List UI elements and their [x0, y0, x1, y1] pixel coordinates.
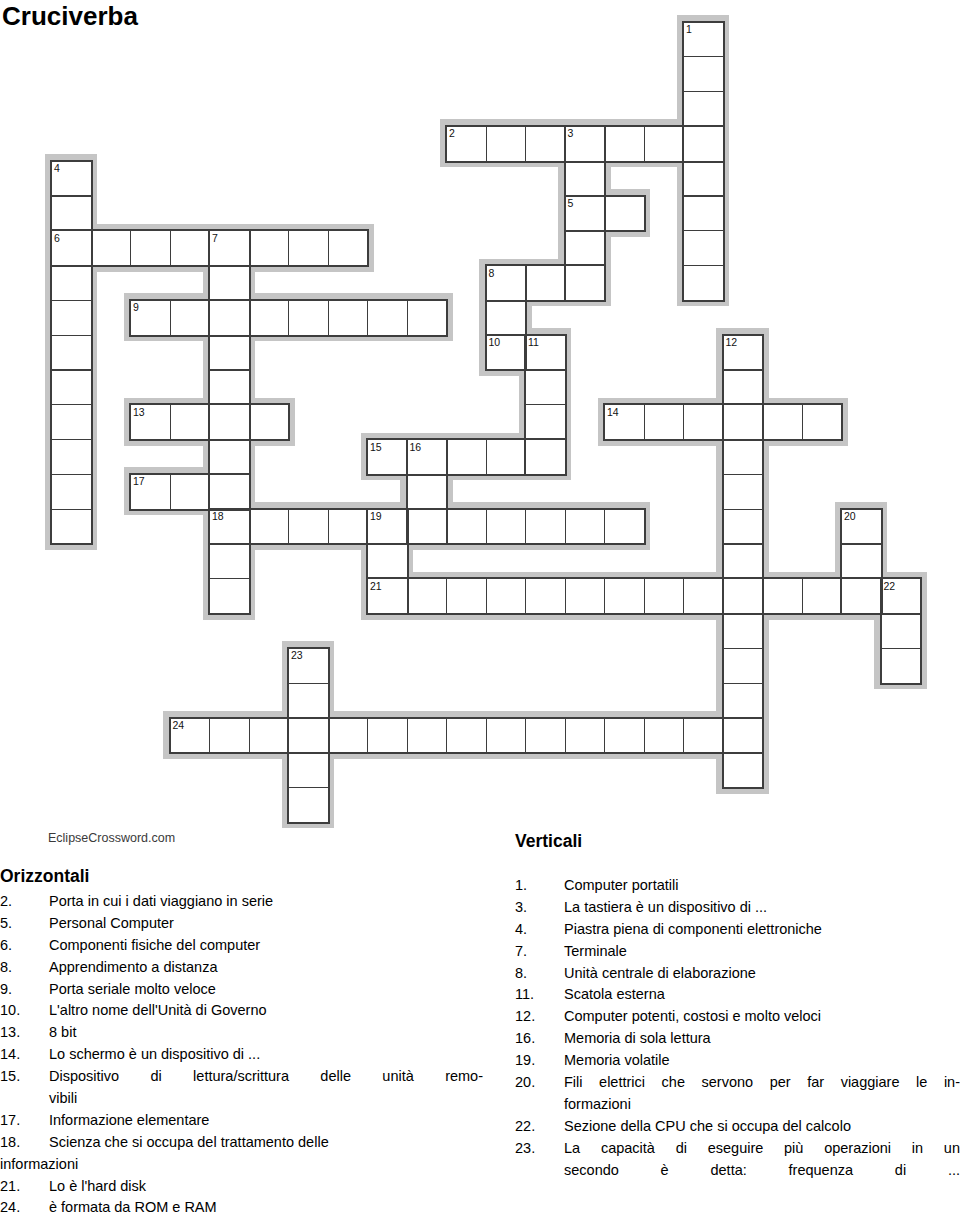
- clue-number: 16: [410, 442, 422, 453]
- clue-number-label: 1.: [515, 875, 564, 897]
- clue-text-line: Scatola esterna: [564, 984, 960, 1006]
- word-outline: [169, 717, 765, 755]
- clue-text-line: Sezione della CPU che si occupa del calc…: [564, 1116, 960, 1138]
- across-clue-17: 17.Informazione elementare: [0, 1110, 483, 1132]
- clue-text-line: Lo è l'hard disk: [49, 1176, 483, 1198]
- across-clue-2: 2.Porta in cui i dati viaggiano in serie: [0, 891, 483, 913]
- clue-text-line: formazioni: [564, 1094, 960, 1116]
- word-outline: [129, 299, 448, 337]
- clue-text-line: Computer potenti, costosi e molto veloci: [564, 1006, 960, 1028]
- clue-number-label: 9.: [0, 979, 49, 1001]
- clue-number: 21: [370, 581, 382, 592]
- clue-number-label: 3.: [515, 897, 564, 919]
- down-clue-16: 16.Memoria di sola lettura: [515, 1028, 960, 1050]
- clue-number-label: 5.: [0, 913, 49, 935]
- clue-number: 19: [370, 511, 382, 522]
- across-clue-15: 15.Dispositivo di lettura/scrittura dell…: [0, 1066, 483, 1110]
- down-clue-20: 20.Fili elettrici che servono per far vi…: [515, 1072, 960, 1116]
- clue-text-line: 8 bit: [49, 1022, 483, 1044]
- clue-text-line: Personal Computer: [49, 913, 483, 935]
- clue-number: 20: [844, 511, 856, 522]
- clue-number: 22: [884, 581, 896, 592]
- down-clue-7: 7.Terminale: [515, 941, 960, 963]
- clue-number-label: 20.: [515, 1072, 564, 1094]
- across-clue-14: 14.Lo schermo è un dispositivo di ...: [0, 1044, 483, 1066]
- word-outline: [880, 577, 923, 684]
- clue-number-label: 2.: [0, 891, 49, 913]
- clue-number-label: 23.: [515, 1138, 564, 1160]
- clue-number-label: 14.: [0, 1044, 49, 1066]
- word-outline: [722, 334, 765, 789]
- clue-text-line: Memoria di sola lettura: [564, 1028, 960, 1050]
- clue-number-label: 21.: [0, 1176, 49, 1198]
- clue-text-line: Memoria volatile: [564, 1050, 960, 1072]
- down-clue-1: 1.Computer portatili: [515, 875, 960, 897]
- word-outline: [840, 508, 883, 615]
- clue-text-line: secondo è detta: frequenza di ...: [564, 1160, 960, 1182]
- clue-number-label: 12.: [515, 1006, 564, 1028]
- clue-number-label: 24.: [0, 1197, 49, 1217]
- clue-number-label: 17.: [0, 1110, 49, 1132]
- down-clue-3: 3.La tastiera è un dispositivo di ...: [515, 897, 960, 919]
- across-clue-9: 9.Porta seriale molto veloce: [0, 979, 483, 1001]
- clue-text-line: Apprendimento a distanza: [49, 957, 483, 979]
- clue-number-label: 11.: [515, 984, 564, 1006]
- clue-number: 12: [726, 337, 738, 348]
- clue-number-label: 7.: [515, 941, 564, 963]
- across-clue-5: 5.Personal Computer: [0, 913, 483, 935]
- clue-number: 24: [173, 720, 185, 731]
- clue-number-label: 13.: [0, 1022, 49, 1044]
- word-outline: [564, 125, 607, 302]
- down-clue-22: 22.Sezione della CPU che si occupa del c…: [515, 1116, 960, 1138]
- clue-number-label: 19.: [515, 1050, 564, 1072]
- clue-text-line: informazioni: [0, 1154, 483, 1176]
- clue-number: 1: [686, 24, 692, 35]
- clue-number: 17: [133, 476, 145, 487]
- clue-number-label: 8.: [515, 963, 564, 985]
- down-clue-8: 8.Unità centrale di elaborazione: [515, 963, 960, 985]
- clue-number: 15: [370, 442, 382, 453]
- clue-text-line: Piastra piena di componenti elettroniche: [564, 919, 960, 941]
- across-clue-18: 18.Scienza che si occupa del trattamento…: [0, 1132, 483, 1176]
- clue-text-line: Porta seriale molto veloce: [49, 979, 483, 1001]
- clue-number: 10: [489, 337, 501, 348]
- clue-text-line: Componenti fisiche del computer: [49, 935, 483, 957]
- down-clue-12: 12.Computer potenti, costosi e molto vel…: [515, 1006, 960, 1028]
- word-outline: [406, 438, 449, 545]
- clue-number: 18: [212, 511, 224, 522]
- across-heading: Orizzontali: [0, 866, 483, 887]
- down-clue-4: 4.Piastra piena di componenti elettronic…: [515, 919, 960, 941]
- clue-number-label: 22.: [515, 1116, 564, 1138]
- clue-text-line: La tastiera è un dispositivo di ...: [564, 897, 960, 919]
- down-clue-list: 1.Computer portatili3.La tastiera è un d…: [515, 875, 960, 1181]
- clue-text-line: La capacità di eseguire più operazioni i…: [564, 1138, 960, 1160]
- clue-text-line: Lo schermo è un dispositivo di ...: [49, 1044, 483, 1066]
- clue-number: 5: [568, 198, 574, 209]
- clue-number-label: 15.: [0, 1066, 49, 1088]
- down-heading: Verticali: [515, 831, 960, 852]
- clue-text-line: Dispositivo di lettura/scrittura delle u…: [49, 1066, 483, 1088]
- across-clue-10: 10.L'altro nome dell'Unità di Governo: [0, 1000, 483, 1022]
- clue-number: 13: [133, 407, 145, 418]
- clue-number-label: 16.: [515, 1028, 564, 1050]
- down-clues-section: Verticali 1.Computer portatili3.La tasti…: [515, 831, 960, 1181]
- across-clue-6: 6.Componenti fisiche del computer: [0, 935, 483, 957]
- generator-credit: EclipseCrossword.com: [48, 831, 175, 845]
- across-clue-24: 24.è formata da ROM e RAM: [0, 1197, 483, 1217]
- across-clue-8: 8.Apprendimento a distanza: [0, 957, 483, 979]
- clue-number: 3: [568, 128, 574, 139]
- down-clue-23: 23.La capacità di eseguire più operazion…: [515, 1138, 960, 1182]
- word-outline: [50, 160, 93, 546]
- clue-number: 4: [54, 163, 60, 174]
- word-outline: [366, 577, 922, 615]
- down-clue-19: 19.Memoria volatile: [515, 1050, 960, 1072]
- clue-text-line: Unità centrale di elaborazione: [564, 963, 960, 985]
- clue-text-line: L'altro nome dell'Unità di Governo: [49, 1000, 483, 1022]
- clue-text-line: Porta in cui i dati viaggiano in serie: [49, 891, 483, 913]
- word-outline: [682, 21, 725, 302]
- word-outline: [208, 229, 251, 615]
- clue-text-line: vibili: [49, 1088, 483, 1110]
- crossword-grid: 123456789101112131415161718192021222324: [0, 0, 960, 830]
- clue-number: 23: [291, 650, 303, 661]
- clue-text-line: Informazione elementare: [49, 1110, 483, 1132]
- clue-number: 7: [212, 233, 218, 244]
- word-outline: [366, 508, 409, 615]
- clue-text-line: è formata da ROM e RAM: [49, 1197, 483, 1217]
- across-clue-13: 13.8 bit: [0, 1022, 483, 1044]
- clue-number: 8: [489, 268, 495, 279]
- clue-text-line: Terminale: [564, 941, 960, 963]
- down-clue-11: 11.Scatola esterna: [515, 984, 960, 1006]
- word-outline: [287, 647, 330, 824]
- clue-number-label: 8.: [0, 957, 49, 979]
- word-outline: [524, 334, 567, 476]
- clue-number-label: 18.: [0, 1132, 49, 1154]
- clue-text-line: Fili elettrici che servono per far viagg…: [564, 1072, 960, 1094]
- across-clues-section: Orizzontali 2.Porta in cui i dati viaggi…: [0, 866, 483, 1217]
- clue-number: 9: [133, 302, 139, 313]
- clue-number: 11: [528, 337, 539, 348]
- clue-text-line: Computer portatili: [564, 875, 960, 897]
- across-clue-21: 21.Lo è l'hard disk: [0, 1176, 483, 1198]
- crossword-page: Cruciverba 12345678910111213141516171819…: [0, 0, 960, 1217]
- clue-number-label: 4.: [515, 919, 564, 941]
- clue-number: 14: [607, 407, 619, 418]
- word-outline: [485, 264, 528, 371]
- clue-number-label: 6.: [0, 935, 49, 957]
- across-clue-list: 2.Porta in cui i dati viaggiano in serie…: [0, 891, 483, 1217]
- clue-text-line: Scienza che si occupa del trattamento de…: [49, 1132, 483, 1154]
- clue-number-label: 10.: [0, 1000, 49, 1022]
- clue-number: 6: [54, 233, 60, 244]
- clue-number: 2: [449, 128, 455, 139]
